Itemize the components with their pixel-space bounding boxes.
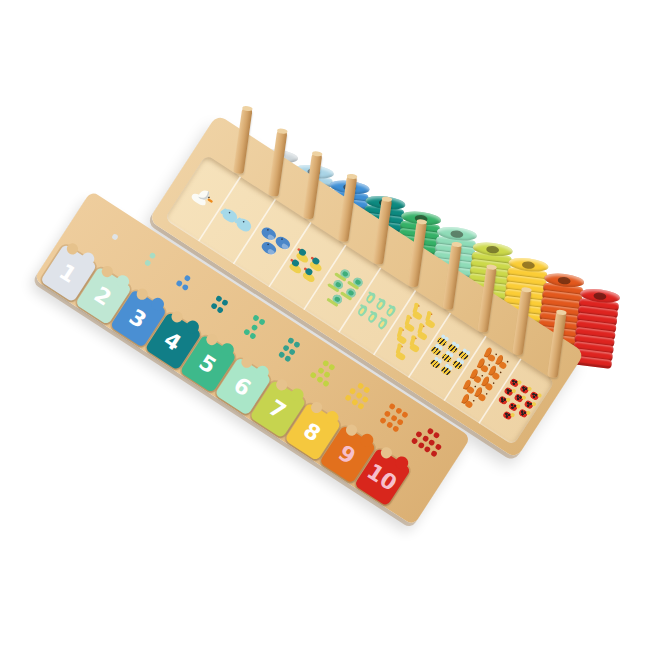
toy-assembly: 12345678910 (28, 0, 658, 576)
tile-number: 5 (196, 350, 220, 376)
tile-number: 3 (126, 305, 150, 331)
count-dot (111, 233, 119, 241)
tile-number: 9 (335, 441, 359, 467)
ring-hole-icon (593, 291, 607, 300)
stork-illustration (189, 185, 215, 210)
tile-number: 2 (91, 282, 115, 308)
tile-number: 10 (364, 460, 401, 494)
peg-1[interactable] (233, 106, 253, 174)
count-dot (182, 283, 190, 291)
count-dot (249, 332, 257, 340)
product-photo-counting-toy: 12345678910 (0, 0, 660, 660)
count-dot (144, 259, 152, 267)
tile-number: 6 (231, 373, 255, 399)
count-dot (392, 425, 400, 433)
count-dot (217, 306, 225, 314)
count-dot (430, 450, 438, 458)
tile-number: 4 (161, 328, 185, 354)
count-dot (357, 402, 365, 410)
count-dot (284, 355, 292, 363)
ring-hole-icon (486, 245, 500, 254)
elephant-illustration (235, 216, 254, 234)
tile-number: 8 (300, 418, 324, 444)
tile-number: 7 (265, 396, 289, 422)
ring-hole-icon (522, 260, 536, 269)
tile-number: 1 (56, 260, 80, 286)
ring-hole-icon (557, 276, 571, 285)
count-dot (322, 380, 330, 388)
dot-row (110, 231, 120, 241)
